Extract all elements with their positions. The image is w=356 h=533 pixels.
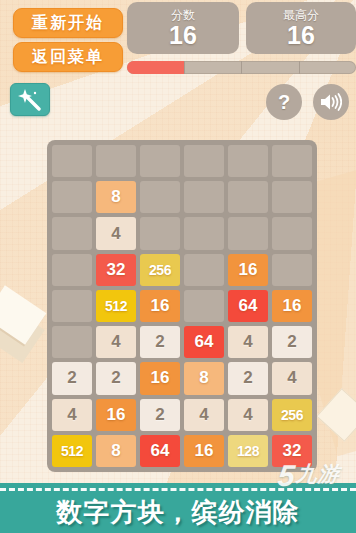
tile-256: 256 (140, 254, 180, 286)
help-button[interactable]: ? (266, 84, 302, 120)
cell-empty (140, 145, 180, 177)
tile-4: 4 (52, 399, 92, 431)
cell-empty (140, 217, 180, 249)
cell-empty (184, 217, 224, 249)
tile-2: 2 (52, 362, 92, 394)
tile-512: 512 (96, 290, 136, 322)
cell-empty (228, 145, 268, 177)
tile-4: 4 (96, 217, 136, 249)
tile-64: 64 (184, 326, 224, 358)
tile-4: 4 (272, 362, 312, 394)
tile-16: 16 (140, 290, 180, 322)
tile-16: 16 (228, 254, 268, 286)
tile-64: 64 (140, 435, 180, 467)
best-score-panel: 最高分 16 (246, 2, 356, 54)
tile-8: 8 (96, 435, 136, 467)
cell-empty (184, 181, 224, 213)
tile-2: 2 (96, 362, 136, 394)
magic-wand-icon (18, 89, 42, 111)
tile-4: 4 (96, 326, 136, 358)
cell-empty (96, 145, 136, 177)
cell-empty (228, 181, 268, 213)
cell-empty (52, 145, 92, 177)
help-icon: ? (278, 91, 290, 114)
tile-8: 8 (184, 362, 224, 394)
game-screen: 重新开始 返回菜单 分数 16 最高分 16 ? (0, 0, 356, 533)
cell-empty (272, 181, 312, 213)
tile-4: 4 (228, 399, 268, 431)
board[interactable]: 8432256165121664164264422216824416244256… (47, 140, 317, 472)
cell-empty (52, 290, 92, 322)
progress-segment (241, 61, 299, 74)
tile-32: 32 (96, 254, 136, 286)
score-value: 16 (169, 22, 197, 49)
cell-empty (52, 326, 92, 358)
speaker-icon (320, 92, 342, 112)
cell-empty (140, 181, 180, 213)
magic-wand-button[interactable] (10, 83, 50, 116)
tile-128: 128 (228, 435, 268, 467)
tile-2: 2 (140, 326, 180, 358)
progress-segment (184, 61, 242, 74)
cell-empty (184, 290, 224, 322)
watermark-text: 九游 (295, 461, 342, 487)
banner-slogan: 数字方块，缤纷消除 (57, 495, 300, 530)
restart-button[interactable]: 重新开始 (13, 8, 123, 38)
9game-watermark-logo: 5 九游 (277, 461, 342, 491)
back-to-menu-button[interactable]: 返回菜单 (13, 42, 123, 72)
best-score-value: 16 (287, 22, 315, 49)
tile-4: 4 (184, 399, 224, 431)
cell-empty (272, 145, 312, 177)
cell-empty (52, 217, 92, 249)
sound-button[interactable] (313, 84, 349, 120)
tile-2: 2 (228, 362, 268, 394)
tile-512: 512 (52, 435, 92, 467)
cell-empty (184, 254, 224, 286)
cell-empty (228, 217, 268, 249)
tile-4: 4 (228, 326, 268, 358)
cell-empty (52, 181, 92, 213)
tile-16: 16 (96, 399, 136, 431)
best-score-label: 最高分 (283, 8, 319, 22)
progress-segment (299, 61, 356, 74)
tile-64: 64 (228, 290, 268, 322)
progress-segment-filled (127, 61, 184, 74)
cell-empty (184, 145, 224, 177)
progress-bar (127, 61, 356, 74)
tile-16: 16 (272, 290, 312, 322)
tile-2: 2 (140, 399, 180, 431)
score-label: 分数 (171, 8, 195, 22)
cell-empty (272, 217, 312, 249)
tile-16: 16 (140, 362, 180, 394)
cell-empty (272, 254, 312, 286)
tile-8: 8 (96, 181, 136, 213)
cell-empty (52, 254, 92, 286)
tile-256: 256 (272, 399, 312, 431)
tile-2: 2 (272, 326, 312, 358)
score-panel: 分数 16 (127, 2, 239, 54)
tile-16: 16 (184, 435, 224, 467)
